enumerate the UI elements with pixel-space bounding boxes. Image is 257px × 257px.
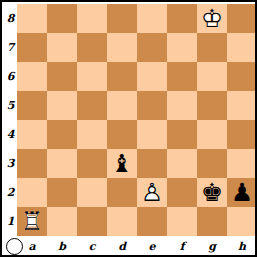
black-king[interactable]: ♚ — [197, 178, 227, 207]
square-d3[interactable]: ♝ — [107, 149, 137, 178]
rank-label-5: 5 — [4, 91, 17, 120]
square-h3[interactable] — [227, 149, 257, 178]
square-a1[interactable]: ♜♖ — [17, 207, 47, 236]
square-d5[interactable] — [107, 91, 137, 120]
square-h7[interactable] — [227, 33, 257, 62]
file-label-h: h — [227, 236, 257, 257]
square-c7[interactable] — [77, 33, 107, 62]
square-g5[interactable] — [197, 91, 227, 120]
square-f2[interactable] — [167, 178, 197, 207]
square-h1[interactable] — [227, 207, 257, 236]
square-f3[interactable] — [167, 149, 197, 178]
square-c3[interactable] — [77, 149, 107, 178]
file-label-d: d — [107, 236, 137, 257]
file-label-g: g — [197, 236, 227, 257]
square-c5[interactable] — [77, 91, 107, 120]
file-label-c: c — [77, 236, 107, 257]
square-f8[interactable] — [167, 4, 197, 33]
rank-label-8: 8 — [4, 4, 17, 33]
square-b1[interactable] — [47, 207, 77, 236]
square-b4[interactable] — [47, 120, 77, 149]
square-a7[interactable] — [17, 33, 47, 62]
square-g4[interactable] — [197, 120, 227, 149]
rank-label-6: 6 — [4, 62, 17, 91]
square-g6[interactable] — [197, 62, 227, 91]
square-d4[interactable] — [107, 120, 137, 149]
square-e4[interactable] — [137, 120, 167, 149]
square-a8[interactable] — [17, 4, 47, 33]
square-a3[interactable] — [17, 149, 47, 178]
rank-label-2: 2 — [4, 178, 17, 207]
square-e8[interactable] — [137, 4, 167, 33]
file-labels: abcdefgh — [17, 236, 257, 257]
white-rook[interactable]: ♜♖ — [17, 207, 47, 236]
square-e2[interactable]: ♟♙ — [137, 178, 167, 207]
square-d2[interactable] — [107, 178, 137, 207]
square-h6[interactable] — [227, 62, 257, 91]
file-label-e: e — [137, 236, 167, 257]
square-h5[interactable] — [227, 91, 257, 120]
square-f6[interactable] — [167, 62, 197, 91]
rank-label-4: 4 — [4, 120, 17, 149]
square-d6[interactable] — [107, 62, 137, 91]
square-e5[interactable] — [137, 91, 167, 120]
square-f4[interactable] — [167, 120, 197, 149]
file-label-f: f — [167, 236, 197, 257]
square-d7[interactable] — [107, 33, 137, 62]
square-c4[interactable] — [77, 120, 107, 149]
square-e7[interactable] — [137, 33, 167, 62]
rank-label-1: 1 — [4, 207, 17, 236]
square-c1[interactable] — [77, 207, 107, 236]
square-h2[interactable]: ♟ — [227, 178, 257, 207]
square-c8[interactable] — [77, 4, 107, 33]
square-b2[interactable] — [47, 178, 77, 207]
chess-board: ♚♔♝♟♙♚♟♜♖ — [17, 4, 257, 236]
square-a2[interactable] — [17, 178, 47, 207]
file-label-b: b — [47, 236, 77, 257]
square-h8[interactable] — [227, 4, 257, 33]
square-h4[interactable] — [227, 120, 257, 149]
square-f5[interactable] — [167, 91, 197, 120]
square-b5[interactable] — [47, 91, 77, 120]
white-to-move-indicator — [6, 238, 23, 255]
square-c6[interactable] — [77, 62, 107, 91]
square-e1[interactable] — [137, 207, 167, 236]
black-pawn[interactable]: ♟ — [227, 178, 257, 207]
square-a4[interactable] — [17, 120, 47, 149]
square-b6[interactable] — [47, 62, 77, 91]
white-pawn[interactable]: ♟♙ — [137, 178, 167, 207]
square-g3[interactable] — [197, 149, 227, 178]
square-g2[interactable]: ♚ — [197, 178, 227, 207]
square-c2[interactable] — [77, 178, 107, 207]
square-e3[interactable] — [137, 149, 167, 178]
rank-label-7: 7 — [4, 33, 17, 62]
white-king[interactable]: ♚♔ — [197, 4, 227, 33]
square-b7[interactable] — [47, 33, 77, 62]
square-g1[interactable] — [197, 207, 227, 236]
square-g8[interactable]: ♚♔ — [197, 4, 227, 33]
square-b3[interactable] — [47, 149, 77, 178]
square-d1[interactable] — [107, 207, 137, 236]
rank-labels: 87654321 — [4, 4, 17, 236]
white-king-outline: ♔ — [197, 4, 227, 33]
square-d8[interactable] — [107, 4, 137, 33]
white-rook-outline: ♖ — [17, 207, 47, 236]
black-bishop[interactable]: ♝ — [107, 149, 137, 178]
square-a5[interactable] — [17, 91, 47, 120]
rank-label-3: 3 — [4, 149, 17, 178]
square-b8[interactable] — [47, 4, 77, 33]
white-pawn-outline: ♙ — [137, 178, 167, 207]
square-f1[interactable] — [167, 207, 197, 236]
square-a6[interactable] — [17, 62, 47, 91]
chess-diagram: ♚♔♝♟♙♚♟♜♖ 87654321 abcdefgh — [0, 0, 257, 257]
square-f7[interactable] — [167, 33, 197, 62]
square-e6[interactable] — [137, 62, 167, 91]
square-g7[interactable] — [197, 33, 227, 62]
